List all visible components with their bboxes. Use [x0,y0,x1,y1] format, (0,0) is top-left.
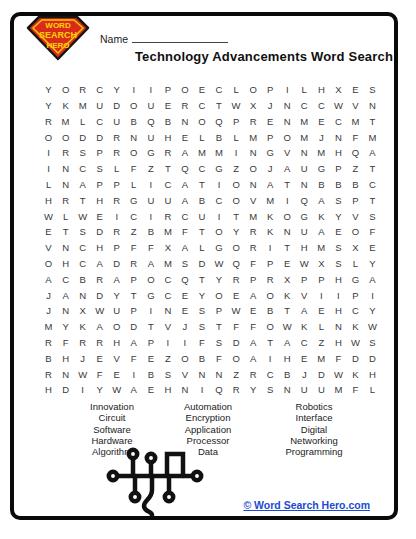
grid-cell-r2c6: O [125,98,142,114]
grid-cell-r12c12: Q [228,256,245,272]
grid-cell-r4c5: R [108,129,125,145]
grid-cell-r8c2: R [57,193,74,209]
grid-cell-r11c5: P [108,240,125,256]
grid-cell-r13c7: O [142,272,159,288]
grid-cell-r12c10: D [193,256,210,272]
grid-cell-r8c14: M [262,193,279,209]
grid-cell-r14c14: O [262,287,279,303]
grid-cell-r4c11: B [210,129,227,145]
grid-cell-r19c19: K [347,366,364,382]
grid-cell-r17c1: R [40,335,57,351]
grid-cell-r8c7: U [142,193,159,209]
grid-cell-r4c20: M [364,129,381,145]
grid-cell-r11c4: H [91,240,108,256]
grid-cell-r20c16: U [296,382,313,398]
word-list-item: Hardware [62,435,162,446]
grid-cell-r14c16: V [296,287,313,303]
grid-cell-r11c19: X [347,240,364,256]
grid-cell-r5c9: A [176,145,193,161]
grid-cell-r13c8: C [159,272,176,288]
grid-cell-r15c4: W [91,303,108,319]
grid-cell-r11c7: F [142,240,159,256]
grid-cell-r9c3: W [74,208,91,224]
grid-cell-r19c7: B [142,366,159,382]
grid-cell-r15c9: E [176,303,193,319]
grid-cell-r18c20: D [364,351,381,367]
grid-cell-r11c15: T [279,240,296,256]
grid-cell-r12c4: A [91,256,108,272]
grid-cell-r18c10: B [193,351,210,367]
grid-cell-r4c17: J [313,129,330,145]
grid-cell-r9c15: O [279,208,296,224]
grid-cell-r7c14: A [262,177,279,193]
grid-cell-r17c16: C [296,335,313,351]
grid-cell-r14c15: K [279,287,296,303]
grid-cell-r3c18: C [330,114,347,130]
grid-cell-r13c11: Y [210,272,227,288]
grid-cell-r17c6: A [125,335,142,351]
grid-cell-r3c12: P [228,114,245,130]
grid-cell-r14c3: N [74,287,91,303]
grid-cell-r2c12: W [228,98,245,114]
grid-cell-r7c20: C [364,177,381,193]
grid-cell-r20c8: H [159,382,176,398]
word-list-item: Application [158,424,258,435]
grid-cell-r18c6: F [125,351,142,367]
grid-cell-r4c9: E [176,129,193,145]
grid-cell-r6c16: U [296,161,313,177]
grid-cell-r12c6: R [125,256,142,272]
grid-cell-r7c12: O [228,177,245,193]
grid-cell-r10c17: A [313,224,330,240]
grid-cell-r1c10: E [193,82,210,98]
grid-cell-r11c12: O [228,240,245,256]
grid-cell-r20c9: N [176,382,193,398]
grid-cell-r10c15: N [279,224,296,240]
grid-cell-r7c15: T [279,177,296,193]
grid-cell-r14c10: Y [193,287,210,303]
grid-cell-r11c13: R [245,240,262,256]
grid-cell-r13c10: T [193,272,210,288]
page-title: Technology Advancements Word Search [130,49,398,64]
grid-cell-r17c9: I [176,335,193,351]
grid-cell-r6c6: F [125,161,142,177]
grid-cell-r14c18: I [330,287,347,303]
grid-cell-r12c8: M [159,256,176,272]
grid-cell-r9c10: U [193,208,210,224]
grid-cell-r8c1: H [40,193,57,209]
grid-cell-r3c15: N [279,114,296,130]
grid-cell-r10c11: O [210,224,227,240]
word-list-item: Automation [158,401,258,412]
grid-cell-r1c19: E [347,82,364,98]
word-list-item: Processor [158,435,258,446]
grid-cell-r6c12: Z [228,161,245,177]
grid-cell-r10c8: M [159,224,176,240]
grid-cell-r8c9: A [176,193,193,209]
grid-cell-r1c9: O [176,82,193,98]
grid-cell-r2c18: W [330,98,347,114]
grid-cell-r8c5: R [108,193,125,209]
grid-cell-r2c5: D [108,98,125,114]
grid-cell-r13c14: R [262,272,279,288]
grid-cell-r15c18: H [330,303,347,319]
grid-cell-r18c14: I [262,351,279,367]
word-list-item: Innovation [62,401,162,412]
grid-cell-r19c15: B [279,366,296,382]
grid-cell-r7c11: I [210,177,227,193]
word-list-item: Programming [258,446,370,457]
grid-cell-r6c2: N [57,161,74,177]
grid-cell-r18c2: H [57,351,74,367]
grid-cell-r11c10: L [193,240,210,256]
grid-cell-r19c12: Z [228,366,245,382]
grid-cell-r19c16: J [296,366,313,382]
grid-cell-r2c16: C [296,98,313,114]
grid-cell-r19c18: W [330,366,347,382]
grid-cell-r7c8: C [159,177,176,193]
grid-cell-r14c8: C [159,287,176,303]
grid-cell-r18c19: D [347,351,364,367]
word-list-item: Networking [258,435,370,446]
grid-cell-r9c7: I [142,208,159,224]
grid-cell-r16c14: O [262,319,279,335]
grid-cell-r3c7: Q [142,114,159,130]
grid-cell-r9c8: R [159,208,176,224]
grid-cell-r4c10: L [193,129,210,145]
grid-cell-r14c11: O [210,287,227,303]
grid-cell-r15c2: N [57,303,74,319]
grid-cell-r12c13: F [245,256,262,272]
grid-cell-r18c3: J [74,351,91,367]
grid-cell-r12c17: X [313,256,330,272]
grid-cell-r7c13: N [245,177,262,193]
grid-cell-r19c5: E [108,366,125,382]
grid-cell-r3c20: T [364,114,381,130]
grid-cell-r16c20: W [364,319,381,335]
grid-cell-r2c10: C [193,98,210,114]
grid-cell-r3c1: R [40,114,57,130]
grid-cell-r12c1: O [40,256,57,272]
grid-cell-r8c18: S [330,193,347,209]
grid-cell-r9c18: Y [330,208,347,224]
grid-cell-r16c17: L [313,319,330,335]
grid-cell-r2c8: E [159,98,176,114]
grid-cell-r7c18: B [330,177,347,193]
grid-cell-r7c9: A [176,177,193,193]
grid-cell-r18c12: O [228,351,245,367]
grid-cell-r9c2: L [57,208,74,224]
grid-cell-r11c2: N [57,240,74,256]
grid-cell-r1c7: I [142,82,159,98]
grid-cell-r7c6: L [125,177,142,193]
grid-cell-r12c11: W [210,256,227,272]
grid-cell-r3c11: Q [210,114,227,130]
grid-cell-r17c14: T [262,335,279,351]
grid-cell-r17c19: W [347,335,364,351]
grid-cell-r14c17: I [313,287,330,303]
grid-cell-r5c1: I [40,145,57,161]
grid-cell-r5c4: P [91,145,108,161]
grid-cell-r8c15: I [279,193,296,209]
grid-cell-r7c4: P [91,177,108,193]
grid-cell-r10c16: U [296,224,313,240]
grid-cell-r2c19: V [347,98,364,114]
name-row: Name [100,31,228,45]
grid-cell-r7c5: P [108,177,125,193]
grid-cell-r6c3: C [74,161,91,177]
grid-cell-r1c2: O [57,82,74,98]
grid-cell-r18c16: E [296,351,313,367]
grid-cell-r20c13: Y [245,382,262,398]
grid-cell-r6c5: L [108,161,125,177]
grid-cell-r13c15: X [279,272,296,288]
grid-cell-r16c16: K [296,319,313,335]
grid-cell-r20c4: Y [91,382,108,398]
grid-cell-r13c12: R [228,272,245,288]
grid-cell-r11c11: G [210,240,227,256]
grid-cell-r4c2: O [57,129,74,145]
grid-cell-r9c12: T [228,208,245,224]
grid-cell-r6c10: C [193,161,210,177]
grid-cell-r19c20: H [364,366,381,382]
grid-cell-r16c3: K [74,319,91,335]
grid-cell-r1c12: L [228,82,245,98]
grid-cell-r6c11: G [210,161,227,177]
grid-cell-r12c2: H [57,256,74,272]
grid-cell-r12c16: W [296,256,313,272]
grid-cell-r6c19: Z [347,161,364,177]
grid-cell-r11c8: X [159,240,176,256]
grid-cell-r19c2: N [57,366,74,382]
grid-cell-r13c4: R [91,272,108,288]
grid-cell-r5c7: G [142,145,159,161]
grid-cell-r18c1: B [40,351,57,367]
grid-cell-r3c9: N [176,114,193,130]
grid-cell-r9c13: M [245,208,262,224]
grid-cell-r9c9: C [176,208,193,224]
grid-cell-r16c18: N [330,319,347,335]
grid-cell-r10c20: F [364,224,381,240]
grid-cell-r1c11: C [210,82,227,98]
grid-cell-r2c15: N [279,98,296,114]
grid-cell-r11c3: C [74,240,91,256]
grid-cell-r20c6: A [125,382,142,398]
grid-cell-r15c5: U [108,303,125,319]
grid-cell-r13c20: A [364,272,381,288]
grid-cell-r2c4: U [91,98,108,114]
grid-cell-r1c1: Y [40,82,57,98]
grid-cell-r4c12: L [228,129,245,145]
grid-cell-r6c7: Z [142,161,159,177]
grid-cell-r4c19: F [347,129,364,145]
grid-cell-r6c18: P [330,161,347,177]
grid-cell-r10c13: R [245,224,262,240]
grid-cell-r16c13: F [245,319,262,335]
grid-cell-r9c11: I [210,208,227,224]
grid-cell-r6c8: T [159,161,176,177]
grid-cell-r1c18: X [330,82,347,98]
grid-cell-r16c8: V [159,319,176,335]
grid-cell-r3c19: M [347,114,364,130]
grid-cell-r15c3: X [74,303,91,319]
grid-cell-r9c1: W [40,208,57,224]
grid-cell-r19c17: D [313,366,330,382]
grid-cell-r17c7: P [142,335,159,351]
grid-cell-r10c10: T [193,224,210,240]
word-list-item: Digital [258,424,370,435]
grid-cell-r15c16: A [296,303,313,319]
grid-cell-r5c10: M [193,145,210,161]
grid-cell-r5c11: M [210,145,227,161]
grid-cell-r20c10: I [193,382,210,398]
grid-cell-r2c9: R [176,98,193,114]
grid-cell-r16c5: O [108,319,125,335]
grid-cell-r17c18: H [330,335,347,351]
grid-cell-r6c15: A [279,161,296,177]
grid-cell-r20c5: W [108,382,125,398]
name-label: Name [100,33,128,45]
grid-cell-r14c9: E [176,287,193,303]
grid-cell-r2c17: C [313,98,330,114]
grid-cell-r3c8: B [159,114,176,130]
grid-cell-r9c6: C [125,208,142,224]
grid-cell-r20c12: R [228,382,245,398]
grid-cell-r7c17: B [313,177,330,193]
grid-cell-r4c16: M [296,129,313,145]
grid-cell-r8c17: A [313,193,330,209]
grid-cell-r16c7: T [142,319,159,335]
grid-cell-r15c8: N [159,303,176,319]
grid-cell-r8c19: P [347,193,364,209]
grid-cell-r2c13: X [245,98,262,114]
grid-cell-r20c17: U [313,382,330,398]
grid-cell-r12c18: S [330,256,347,272]
word-list-item: Robotics [258,401,370,412]
grid-cell-r5c20: A [364,145,381,161]
svg-text:WORD: WORD [45,21,71,30]
grid-cell-r2c20: N [364,98,381,114]
grid-cell-r17c12: D [228,335,245,351]
grid-cell-r6c9: Q [176,161,193,177]
grid-cell-r15c11: P [210,303,227,319]
grid-cell-r20c7: E [142,382,159,398]
grid-cell-r9c19: V [347,208,364,224]
grid-cell-r13c17: P [313,272,330,288]
grid-cell-r4c1: O [40,129,57,145]
grid-cell-r19c14: C [262,366,279,382]
hero-shield-icon: WORD SEARCH HERO [26,15,90,61]
grid-cell-r1c6: I [125,82,142,98]
grid-cell-r10c3: S [74,224,91,240]
grid-cell-r17c3: R [74,335,91,351]
grid-cell-r3c14: E [262,114,279,130]
grid-cell-r15c1: J [40,303,57,319]
grid-cell-r17c2: F [57,335,74,351]
grid-cell-r13c6: P [125,272,142,288]
grid-cell-r1c5: Y [108,82,125,98]
grid-cell-r11c14: I [262,240,279,256]
grid-cell-r3c2: M [57,114,74,130]
grid-cell-r5c8: R [159,145,176,161]
grid-cell-r3c3: L [74,114,91,130]
grid-cell-r10c6: Z [125,224,142,240]
grid-cell-r12c7: A [142,256,159,272]
grid-cell-r16c1: M [40,319,57,335]
grid-cell-r17c10: F [193,335,210,351]
grid-cell-r8c20: T [364,193,381,209]
grid-cell-r6c20: T [364,161,381,177]
grid-cell-r17c5: H [108,335,125,351]
grid-cell-r19c4: F [91,366,108,382]
grid-cell-r7c19: B [347,177,364,193]
grid-cell-r8c11: C [210,193,227,209]
grid-cell-r20c18: M [330,382,347,398]
grid-cell-r9c4: E [91,208,108,224]
grid-cell-r16c9: J [176,319,193,335]
grid-cell-r5c2: R [57,145,74,161]
grid-cell-r12c5: D [108,256,125,272]
grid-cell-r4c4: D [91,129,108,145]
grid-cell-r5c13: N [245,145,262,161]
grid-cell-r17c4: R [91,335,108,351]
svg-text:SEARCH: SEARCH [39,30,77,40]
grid-cell-r20c19: F [347,382,364,398]
grid-cell-r19c13: R [245,366,262,382]
grid-cell-r7c10: T [193,177,210,193]
grid-cell-r10c12: Y [228,224,245,240]
grid-cell-r3c4: C [91,114,108,130]
grid-cell-r20c11: Q [210,382,227,398]
grid-cell-r3c5: U [108,114,125,130]
footer-link[interactable]: © Word Search Hero.com [240,499,370,511]
grid-cell-r11c6: F [125,240,142,256]
grid-cell-r5c19: Q [347,145,364,161]
grid-cell-r12c9: S [176,256,193,272]
grid-cell-r10c14: K [262,224,279,240]
grid-cell-r17c13: A [245,335,262,351]
grid-cell-r16c15: W [279,319,296,335]
grid-cell-r15c17: E [313,303,330,319]
grid-cell-r14c20: I [364,287,381,303]
grid-cell-r10c19: O [347,224,364,240]
grid-cell-r14c12: E [228,287,245,303]
grid-cell-r19c8: S [159,366,176,382]
word-list-item: Encryption [158,412,258,423]
grid-cell-r19c9: V [176,366,193,382]
grid-cell-r9c14: K [262,208,279,224]
grid-cell-r3c10: O [193,114,210,130]
grid-cell-r5c12: I [228,145,245,161]
grid-cell-r4c6: N [125,129,142,145]
grid-cell-r11c1: V [40,240,57,256]
grid-cell-r16c12: F [228,319,245,335]
grid-cell-r6c17: G [313,161,330,177]
word-search-grid: YORCYIIPOECLOPILHXESYKMUDOUERCTWXJNCCWVN… [40,82,381,398]
grid-cell-r8c6: G [125,193,142,209]
grid-cell-r13c18: H [330,272,347,288]
grid-cell-r12c15: E [279,256,296,272]
grid-cell-r15c12: W [228,303,245,319]
word-list-column-3: RoboticsInterfaceDigitalNetworkingProgra… [258,401,370,457]
grid-cell-r18c17: M [313,351,330,367]
grid-cell-r18c7: E [142,351,159,367]
grid-cell-r20c20: L [364,382,381,398]
grid-cell-r10c1: E [40,224,57,240]
grid-cell-r2c1: Y [40,98,57,114]
grid-cell-r4c15: O [279,129,296,145]
grid-cell-r2c7: U [142,98,159,114]
